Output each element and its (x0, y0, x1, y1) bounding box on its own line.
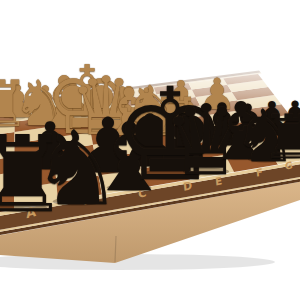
chess-set-photo: ABCDEFG ♟♟♟♟♟♟♟♟♜♞♝♚♛♝♞♜♟♟♟♟♟♟♟♟♜♞♝♚♛♝♞♜ (0, 0, 300, 300)
piece-black-rook-h1[interactable]: ♜ (262, 106, 300, 167)
